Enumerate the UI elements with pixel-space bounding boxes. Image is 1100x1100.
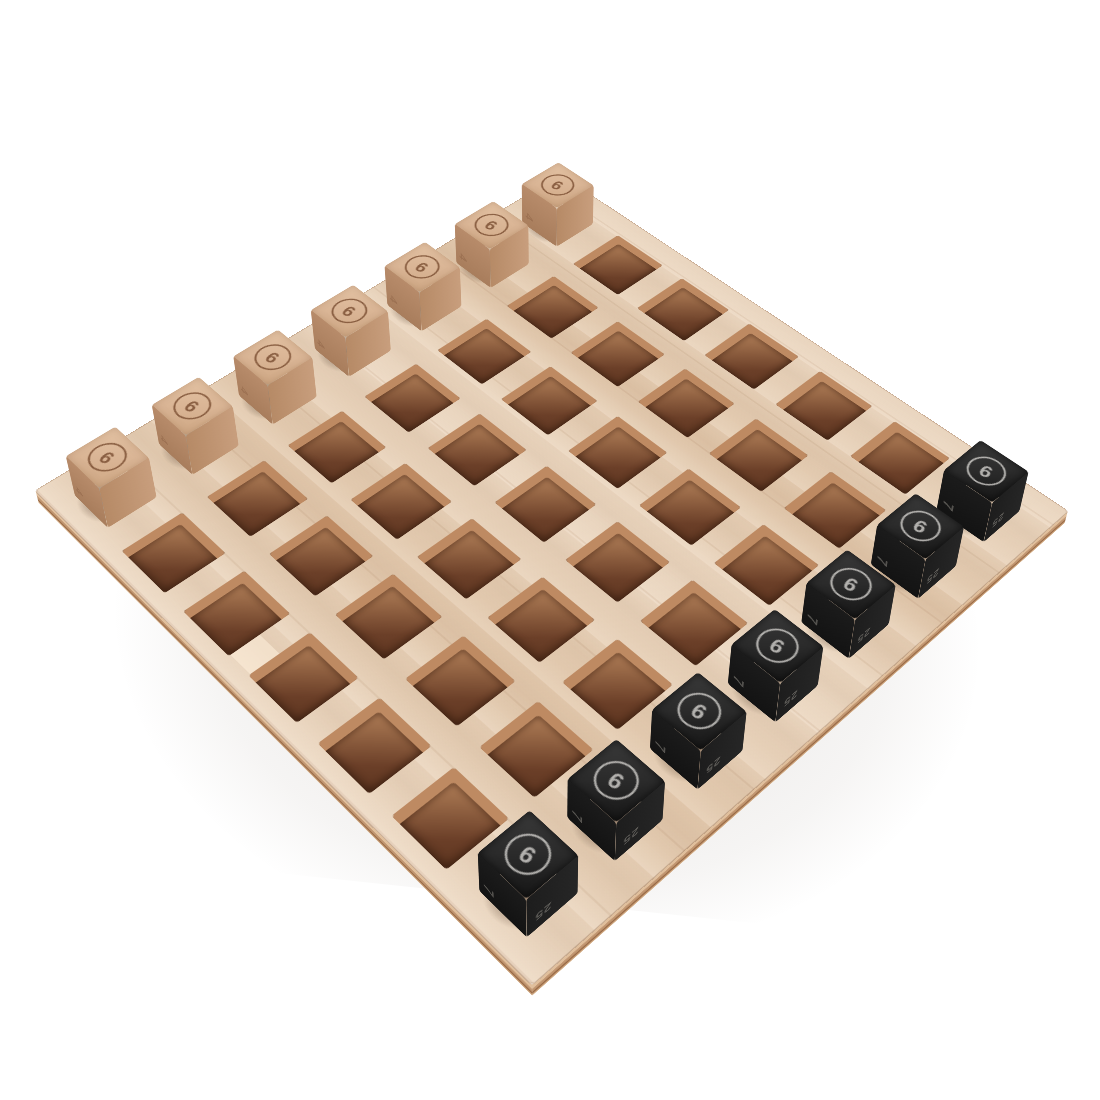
hole-rank4-file6[interactable] bbox=[405, 635, 516, 726]
die-top-numeral: 6 bbox=[412, 260, 432, 275]
hole-rank4-file7[interactable] bbox=[318, 698, 432, 795]
die-side-engraving-front: 7 bbox=[873, 551, 890, 569]
hole-rank3-file4[interactable] bbox=[494, 466, 596, 543]
die-top-numeral: 6 bbox=[840, 574, 861, 594]
die-top-numeral: 6 bbox=[262, 349, 284, 365]
circled-six-logo-icon: 6 bbox=[468, 210, 515, 241]
circled-six-logo-icon: 6 bbox=[960, 451, 1012, 491]
hole-rank4-file4[interactable] bbox=[565, 521, 670, 603]
die-side-engraving-front: 4 bbox=[237, 382, 249, 398]
die-top-numeral: 6 bbox=[339, 303, 360, 318]
hole-rank5-file1[interactable] bbox=[850, 421, 950, 495]
perspective-scene: 4646464646464672567256725672567256725672… bbox=[0, 0, 1100, 1100]
circled-six-logo-icon: 6 bbox=[585, 754, 647, 807]
hole-rank1-file6[interactable] bbox=[207, 460, 308, 537]
black-die-7[interactable]: 7256 bbox=[479, 849, 577, 937]
circled-six-logo-icon: 6 bbox=[823, 562, 878, 607]
die-side-engraving-front: 7 bbox=[729, 671, 746, 691]
hole-rank3-file5[interactable] bbox=[417, 518, 522, 599]
die-top-numeral: 6 bbox=[976, 462, 996, 480]
circled-six-logo-icon: 6 bbox=[496, 826, 560, 883]
die-top-numeral: 6 bbox=[910, 516, 931, 535]
hole-rank4-file1[interactable] bbox=[775, 371, 872, 441]
photo-stage: 4646464646464672567256725672567256725672… bbox=[0, 0, 1100, 1100]
game-board: 4646464646464672567256725672567256725672… bbox=[34, 174, 1069, 986]
circled-six-logo-icon: 6 bbox=[669, 686, 729, 736]
die-top-numeral: 6 bbox=[515, 841, 541, 867]
die-side-engraving-right: 25 bbox=[856, 625, 871, 648]
hole-rank3-file2[interactable] bbox=[638, 369, 735, 438]
hole-rank4-file2[interactable] bbox=[709, 419, 809, 492]
hole-rank2-file2[interactable] bbox=[571, 321, 665, 387]
hole-rank3-file6[interactable] bbox=[335, 574, 442, 660]
die-top-numeral: 6 bbox=[688, 699, 712, 722]
hole-rank4-file5[interactable] bbox=[487, 577, 595, 663]
die-top-numeral: 6 bbox=[604, 768, 629, 792]
die-top-numeral: 6 bbox=[96, 448, 119, 466]
circled-six-logo-icon: 6 bbox=[398, 251, 447, 283]
circled-six-logo-icon: 6 bbox=[749, 622, 806, 669]
circled-six-logo-icon: 6 bbox=[894, 505, 948, 547]
hole-rank5-file3[interactable] bbox=[714, 524, 819, 606]
die-top-numeral: 6 bbox=[181, 397, 203, 414]
die-side-engraving-front: 4 bbox=[387, 292, 399, 307]
die-side-engraving-front: 4 bbox=[157, 431, 170, 448]
die-side-engraving-front: 4 bbox=[456, 250, 468, 265]
die-side-engraving-front: 7 bbox=[803, 609, 820, 628]
die-side-engraving-right: 25 bbox=[925, 566, 940, 588]
circled-six-logo-icon: 6 bbox=[324, 294, 374, 328]
hole-rank3-file3[interactable] bbox=[568, 416, 667, 489]
hole-rank1-file5[interactable] bbox=[288, 411, 387, 484]
hole-rank1-file2[interactable] bbox=[507, 276, 599, 339]
hole-rank1-file7[interactable] bbox=[122, 513, 226, 594]
hole-rank1-file3[interactable] bbox=[437, 319, 531, 385]
hole-rank1-file1[interactable] bbox=[573, 235, 663, 295]
die-top-numeral: 6 bbox=[548, 178, 566, 191]
hole-rank2-file6[interactable] bbox=[269, 515, 373, 596]
die-side-engraving-front: 4 bbox=[314, 336, 326, 352]
circled-six-logo-icon: 6 bbox=[535, 170, 581, 199]
hole-rank4-file3[interactable] bbox=[639, 469, 741, 546]
hole-rank2-file4[interactable] bbox=[428, 413, 527, 486]
hole-rank1-file4[interactable] bbox=[364, 364, 460, 433]
hole-rank5-file2[interactable] bbox=[784, 471, 887, 548]
die-top-numeral: 6 bbox=[482, 218, 501, 232]
hole-rank2-file7[interactable] bbox=[183, 571, 290, 657]
hole-rank2-file3[interactable] bbox=[501, 366, 598, 435]
hole-rank2-file5[interactable] bbox=[350, 463, 452, 540]
hole-rank3-file1[interactable] bbox=[704, 324, 799, 390]
die-top-numeral: 6 bbox=[766, 635, 788, 657]
hole-rank2-file1[interactable] bbox=[637, 278, 729, 341]
